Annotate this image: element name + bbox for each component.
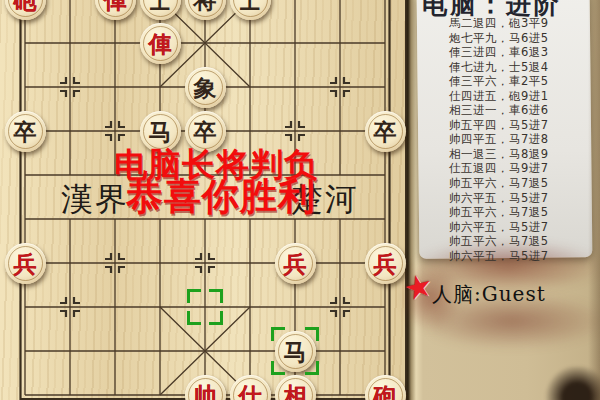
marker-corner <box>187 311 201 325</box>
piece-glyph: 将 <box>194 0 217 11</box>
piece-glyph: 卒 <box>374 120 397 143</box>
piece-glyph: 士 <box>239 0 262 11</box>
piece-glyph: 卒 <box>194 120 217 143</box>
marker-corner <box>305 327 319 341</box>
move-list-row: 帅六平五，马5进7 <box>449 220 549 235</box>
marker-corner <box>209 311 223 325</box>
marker-corner <box>187 289 201 303</box>
piece-glyph: 马 <box>149 120 172 143</box>
move-list-row: 俥三进四，車6退3 <box>449 45 549 60</box>
move-list: 馬二退四，砲3平9炮七平九，马6进5俥三进四，車6退3俥七进九，士5退4俥三平六… <box>449 16 549 263</box>
piece-glyph: 砲 <box>374 384 397 400</box>
piece-glyph: 兵 <box>14 252 37 275</box>
piece-glyph: 俥 <box>104 0 127 11</box>
side-panel: 电脑：进阶 馬二退四，砲3平9炮七平九，马6进5俥三进四，車6退3俥七进九，士5… <box>405 0 600 400</box>
move-list-row: 帅四平五，马7进8 <box>449 132 549 147</box>
panel-edge-shade <box>588 0 600 400</box>
move-list-row: 相一退三，马8退9 <box>449 147 549 162</box>
move-list-row: 帅六平五，马5进7 <box>449 191 549 206</box>
move-list-row: 馬二退四，砲3平9 <box>449 16 549 31</box>
player-label: 人脑:Guest <box>432 281 546 308</box>
move-list-row: 帅五平六，马7退5 <box>449 176 549 191</box>
piece-red[interactable]: 兵 <box>5 243 46 284</box>
move-list-row: 帅五平六，马7退5 <box>449 205 549 220</box>
marker-corner <box>209 289 223 303</box>
marker-corner <box>271 361 285 375</box>
piece-black[interactable]: 卒 <box>365 111 406 152</box>
piece-glyph: 士 <box>149 0 172 11</box>
piece-glyph: 兵 <box>374 252 397 275</box>
piece-glyph: 相 <box>284 384 307 400</box>
move-list-row: 俥三平六，車2平5 <box>449 74 549 89</box>
piece-glyph: 兵 <box>284 252 307 275</box>
piece-glyph: 俥 <box>149 32 172 55</box>
move-list-row: 仕四进五，砲9进1 <box>449 89 549 104</box>
marker-corner <box>305 361 319 375</box>
last-move-to-marker <box>271 327 319 375</box>
last-move-from-marker <box>187 289 223 325</box>
piece-red[interactable]: 俥 <box>140 23 181 64</box>
move-list-row: 俥七进九，士5退4 <box>449 60 549 75</box>
move-list-row: 相三进一，車6进6 <box>449 103 549 118</box>
piece-glyph: 帅 <box>194 384 217 400</box>
piece-glyph: 象 <box>194 76 217 99</box>
piece-black[interactable]: 卒 <box>5 111 46 152</box>
piece-glyph: 砲 <box>14 0 37 11</box>
move-list-row: 炮七平九，马6进5 <box>449 31 549 46</box>
turn-indicator-star-icon: ★ <box>401 268 437 306</box>
piece-glyph: 仕 <box>239 384 262 400</box>
move-list-row: 帅六平五，马5进7 <box>449 249 549 264</box>
xiangqi-app-window: 砲俥士将士俥象卒马卒卒兵兵兵马帅仕相砲 漢界 楚河 电脑长将判负 恭喜你胜利 电… <box>0 0 600 400</box>
piece-black[interactable]: 象 <box>185 67 226 108</box>
move-list-row: 帅五平六，马7退5 <box>449 234 549 249</box>
xiangqi-board[interactable]: 砲俥士将士俥象卒马卒卒兵兵兵马帅仕相砲 漢界 楚河 电脑长将判负 恭喜你胜利 <box>0 0 405 400</box>
marker-corner <box>271 327 285 341</box>
result-banner-congrats: 恭喜你胜利 <box>126 172 316 222</box>
piece-red[interactable]: 兵 <box>365 243 406 284</box>
piece-red[interactable]: 兵 <box>275 243 316 284</box>
move-list-row: 仕五退四，马9进7 <box>449 161 549 176</box>
piece-glyph: 卒 <box>14 120 37 143</box>
move-list-row: 帅五平四，马5进7 <box>449 118 549 133</box>
